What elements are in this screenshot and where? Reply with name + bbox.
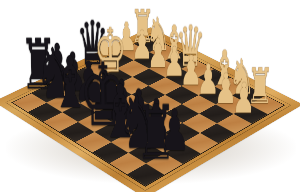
white-pawn-piece: ♟: [232, 78, 256, 118]
black-rook-piece: ♜: [135, 98, 176, 169]
scene: ♜♞♝♛♝♞♜♟♟♟♟♟♟♟♟♛♚♟♟♟♟♟♟♟♟♜♞♝♚♝♞♜: [0, 0, 300, 192]
